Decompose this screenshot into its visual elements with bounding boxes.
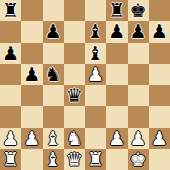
square-c4[interactable] bbox=[43, 85, 64, 106]
square-d7[interactable] bbox=[64, 21, 85, 42]
square-e5[interactable]: ♟ bbox=[85, 64, 106, 85]
square-g4[interactable] bbox=[128, 85, 149, 106]
square-g2[interactable]: ♟ bbox=[128, 128, 149, 149]
square-d3[interactable] bbox=[64, 106, 85, 127]
square-c5[interactable]: ♞ bbox=[43, 64, 64, 85]
square-f7[interactable]: ♟ bbox=[106, 21, 127, 42]
square-b6[interactable] bbox=[21, 43, 42, 64]
square-a6[interactable]: ♟ bbox=[0, 43, 21, 64]
square-f3[interactable] bbox=[106, 106, 127, 127]
black-pawn-piece[interactable]: ♟ bbox=[130, 22, 147, 41]
square-g8[interactable]: ♚ bbox=[128, 0, 149, 21]
square-c2[interactable]: ♝ bbox=[43, 128, 64, 149]
square-d4[interactable]: ♛ bbox=[64, 85, 85, 106]
square-f8[interactable]: ♜ bbox=[106, 0, 127, 21]
square-b7[interactable] bbox=[21, 21, 42, 42]
square-f1[interactable] bbox=[106, 149, 127, 170]
white-bishop-piece[interactable]: ♝ bbox=[45, 129, 62, 148]
black-pawn-piece[interactable]: ♟ bbox=[45, 22, 62, 41]
square-c8[interactable] bbox=[43, 0, 64, 21]
black-knight-piece[interactable]: ♞ bbox=[45, 65, 62, 84]
square-e2[interactable] bbox=[85, 128, 106, 149]
square-h7[interactable]: ♟ bbox=[149, 21, 170, 42]
black-queen-piece[interactable]: ♛ bbox=[66, 86, 83, 105]
square-a8[interactable]: ♜ bbox=[0, 0, 21, 21]
square-a2[interactable]: ♟ bbox=[0, 128, 21, 149]
square-a4[interactable] bbox=[0, 85, 21, 106]
square-c6[interactable] bbox=[43, 43, 64, 64]
square-h1[interactable] bbox=[149, 149, 170, 170]
white-pawn-piece[interactable]: ♟ bbox=[2, 129, 19, 148]
square-b2[interactable]: ♟ bbox=[21, 128, 42, 149]
square-b5[interactable]: ♟ bbox=[21, 64, 42, 85]
square-e8[interactable] bbox=[85, 0, 106, 21]
square-a3[interactable] bbox=[0, 106, 21, 127]
white-pawn-piece[interactable]: ♟ bbox=[130, 129, 147, 148]
square-c3[interactable] bbox=[43, 106, 64, 127]
square-h4[interactable] bbox=[149, 85, 170, 106]
white-rook-piece[interactable]: ♜ bbox=[87, 150, 104, 169]
square-e4[interactable] bbox=[85, 85, 106, 106]
square-d2[interactable]: ♞ bbox=[64, 128, 85, 149]
square-f5[interactable] bbox=[106, 64, 127, 85]
white-knight-piece[interactable]: ♞ bbox=[66, 129, 83, 148]
black-pawn-piece[interactable]: ♟ bbox=[108, 22, 125, 41]
square-h3[interactable] bbox=[149, 106, 170, 127]
square-d6[interactable] bbox=[64, 43, 85, 64]
square-g1[interactable]: ♚ bbox=[128, 149, 149, 170]
white-queen-piece[interactable]: ♛ bbox=[66, 150, 83, 169]
square-a7[interactable] bbox=[0, 21, 21, 42]
square-d8[interactable] bbox=[64, 0, 85, 21]
square-f2[interactable]: ♟ bbox=[106, 128, 127, 149]
white-pawn-piece[interactable]: ♟ bbox=[151, 129, 168, 148]
square-e7[interactable]: ♝ bbox=[85, 21, 106, 42]
square-b1[interactable] bbox=[21, 149, 42, 170]
white-bishop-piece[interactable]: ♝ bbox=[45, 150, 62, 169]
square-b8[interactable] bbox=[21, 0, 42, 21]
black-bishop-piece[interactable]: ♝ bbox=[87, 44, 104, 63]
square-c7[interactable]: ♟ bbox=[43, 21, 64, 42]
square-f6[interactable] bbox=[106, 43, 127, 64]
white-pawn-piece[interactable]: ♟ bbox=[23, 129, 40, 148]
black-pawn-piece[interactable]: ♟ bbox=[151, 22, 168, 41]
square-b4[interactable] bbox=[21, 85, 42, 106]
square-f4[interactable] bbox=[106, 85, 127, 106]
square-g7[interactable]: ♟ bbox=[128, 21, 149, 42]
square-a1[interactable]: ♜ bbox=[0, 149, 21, 170]
square-d5[interactable] bbox=[64, 64, 85, 85]
black-king-piece[interactable]: ♚ bbox=[130, 1, 147, 20]
black-pawn-piece[interactable]: ♟ bbox=[23, 65, 40, 84]
white-king-piece[interactable]: ♚ bbox=[130, 150, 147, 169]
square-h6[interactable] bbox=[149, 43, 170, 64]
square-a5[interactable] bbox=[0, 64, 21, 85]
square-h8[interactable] bbox=[149, 0, 170, 21]
black-rook-piece[interactable]: ♜ bbox=[108, 1, 125, 20]
square-e1[interactable]: ♜ bbox=[85, 149, 106, 170]
square-h5[interactable] bbox=[149, 64, 170, 85]
white-pawn-piece[interactable]: ♟ bbox=[108, 129, 125, 148]
square-c1[interactable]: ♝ bbox=[43, 149, 64, 170]
square-b3[interactable] bbox=[21, 106, 42, 127]
chess-board: ♜♜♚♟♝♟♟♟♟♝♟♞♟♛♟♟♝♞♟♟♟♜♝♛♜♚ bbox=[0, 0, 170, 170]
square-g5[interactable] bbox=[128, 64, 149, 85]
square-h2[interactable]: ♟ bbox=[149, 128, 170, 149]
square-e6[interactable]: ♝ bbox=[85, 43, 106, 64]
black-pawn-piece[interactable]: ♟ bbox=[2, 44, 19, 63]
square-g3[interactable] bbox=[128, 106, 149, 127]
square-g6[interactable] bbox=[128, 43, 149, 64]
white-pawn-piece[interactable]: ♟ bbox=[87, 65, 104, 84]
square-e3[interactable] bbox=[85, 106, 106, 127]
white-rook-piece[interactable]: ♜ bbox=[2, 150, 19, 169]
black-rook-piece[interactable]: ♜ bbox=[2, 1, 19, 20]
black-bishop-piece[interactable]: ♝ bbox=[87, 22, 104, 41]
square-d1[interactable]: ♛ bbox=[64, 149, 85, 170]
